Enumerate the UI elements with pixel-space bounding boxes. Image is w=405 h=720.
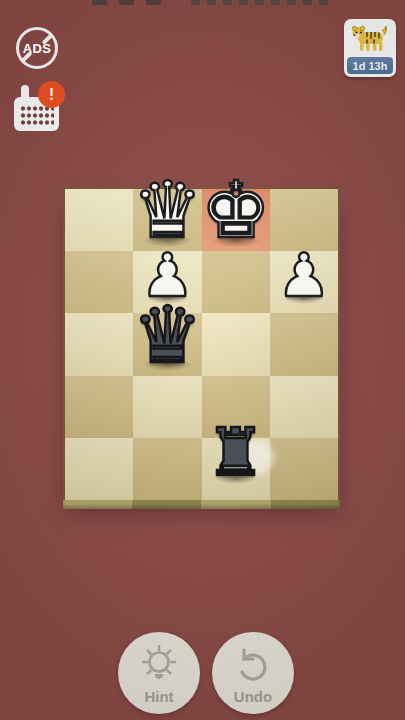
app-screen: ADS ! 1d 13h	[0, 0, 405, 720]
no-ads-button[interactable]: ADS	[16, 27, 58, 69]
no-ads-label: ADS	[23, 41, 51, 56]
board-square[interactable]	[133, 438, 201, 500]
tiger-icon	[351, 23, 389, 55]
piece-white-king[interactable]: ♚	[196, 171, 276, 249]
piece-white-pawn[interactable]: ♟	[264, 245, 344, 305]
undo-button[interactable]: Undo	[212, 632, 294, 714]
event-timer-badge: 1d 13h	[347, 57, 393, 74]
board-square[interactable]	[133, 376, 201, 438]
clipped-title-text	[191, 0, 335, 5]
board-square[interactable]	[65, 313, 133, 375]
board-square[interactable]	[202, 251, 270, 313]
piece-black-queen[interactable]: ♛	[127, 296, 207, 374]
hint-button[interactable]: Hint	[118, 632, 200, 714]
board-edge	[63, 500, 340, 509]
board-square[interactable]	[270, 438, 338, 500]
board-square[interactable]	[202, 313, 270, 375]
hint-label: Hint	[118, 688, 200, 705]
event-badge-button[interactable]: 1d 13h	[344, 19, 396, 77]
board-square[interactable]	[65, 438, 133, 500]
undo-arrow-icon	[230, 643, 276, 687]
board-square[interactable]	[65, 251, 133, 313]
clipped-title-text	[92, 0, 162, 5]
board-square[interactable]	[65, 376, 133, 438]
alert-badge: !	[38, 81, 65, 108]
undo-label: Undo	[212, 688, 294, 705]
board-square[interactable]	[270, 376, 338, 438]
board-square[interactable]	[65, 189, 133, 251]
piece-black-rook[interactable]: ♜	[196, 420, 276, 486]
board-square[interactable]	[270, 313, 338, 375]
calendar-button[interactable]: !	[14, 84, 64, 134]
hint-lightbulb-icon	[136, 643, 182, 687]
